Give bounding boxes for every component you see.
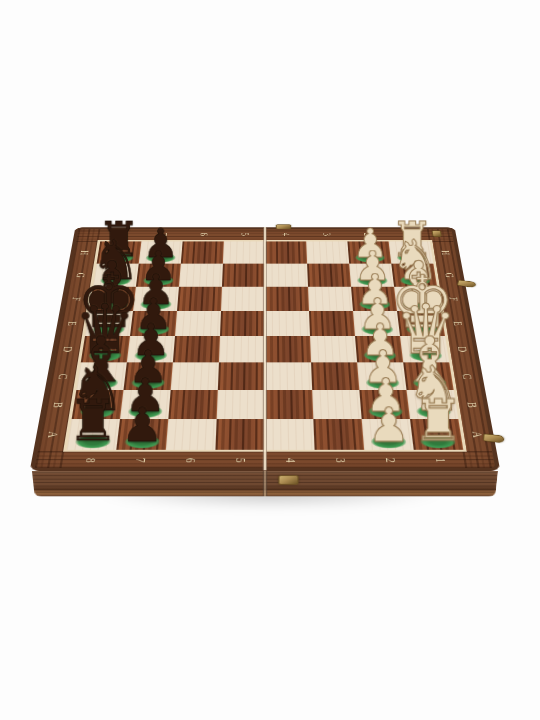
piece-bp-a7[interactable]: ♟ [96, 406, 188, 443]
rank-label-bottom-3: 3 [333, 458, 348, 463]
board-front-edge [32, 471, 498, 497]
rank-label-top-4: 4 [280, 233, 292, 236]
rank-label-top-8: 8 [116, 233, 128, 236]
front-fold-seam [263, 471, 267, 497]
file-label-left-g: G [74, 273, 87, 278]
rank-label-bottom-2: 2 [383, 458, 398, 463]
rank-label-bottom-8: 8 [82, 458, 97, 463]
rank-label-top-1: 1 [402, 233, 414, 236]
file-label-right-g: G [443, 273, 456, 278]
brass-hinge-front-icon [278, 475, 298, 484]
rank-label-top-7: 7 [157, 233, 169, 236]
rank-label-top-6: 6 [198, 233, 210, 236]
brass-hinge-icon [276, 224, 291, 229]
rank-label-top-3: 3 [320, 233, 332, 236]
fold-seam [263, 227, 267, 471]
file-label-left-h: H [78, 250, 91, 255]
piece-wr-a1[interactable]: ♜ [392, 397, 484, 443]
brass-clasp-lower-icon [483, 434, 505, 444]
rank-label-bottom-7: 7 [133, 458, 148, 463]
chess-board: 8877665544332211HHGGFFEEDDCCBBAA ♜♟♟♜♞♟♟… [30, 227, 501, 471]
rank-label-top-2: 2 [361, 233, 373, 236]
rank-label-bottom-1: 1 [432, 458, 447, 463]
rank-label-top-5: 5 [239, 233, 251, 236]
rank-label-bottom-5: 5 [233, 458, 248, 463]
rank-label-bottom-4: 4 [283, 458, 298, 463]
chess-set-photo: 8877665544332211HHGGFFEEDDCCBBAA ♜♟♟♜♞♟♟… [0, 0, 540, 720]
file-label-right-h: H [439, 250, 452, 255]
rank-label-bottom-6: 6 [183, 458, 198, 463]
